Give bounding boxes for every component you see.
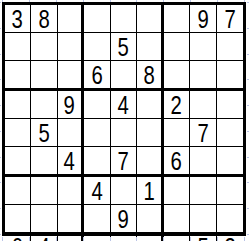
grid-tick xyxy=(247,157,249,158)
cell-r2c6[interactable] xyxy=(137,33,163,61)
grid-tick xyxy=(244,237,245,241)
grid-tick xyxy=(217,237,218,241)
grid-tick xyxy=(0,28,1,29)
cell-r8c6[interactable] xyxy=(137,205,163,233)
grid-tick xyxy=(163,237,164,241)
cell-r7c9[interactable] xyxy=(217,177,243,205)
grid-tick xyxy=(2,0,3,2)
grid-tick xyxy=(110,237,111,241)
cell-r8c7[interactable] xyxy=(164,205,190,233)
given-digit: 2 xyxy=(171,91,182,118)
grid-tick xyxy=(0,157,1,158)
cell-r5c2[interactable]: 5 xyxy=(31,119,57,147)
cell-r4c9[interactable] xyxy=(217,91,243,119)
cell-r6c8[interactable] xyxy=(190,147,216,177)
cell-r1c1[interactable]: 3 xyxy=(5,5,31,33)
grid-tick xyxy=(0,2,1,3)
cell-r4c8[interactable] xyxy=(190,91,216,119)
cell-r5c3[interactable] xyxy=(58,119,84,147)
cell-r7c2[interactable] xyxy=(31,177,57,205)
cell-r3c3[interactable] xyxy=(58,61,84,91)
grid-tick xyxy=(244,0,245,2)
cell-r1c2[interactable]: 8 xyxy=(31,5,57,33)
cell-r7c3[interactable] xyxy=(58,177,84,205)
cell-r8c1[interactable] xyxy=(5,205,31,233)
cell-r9c4[interactable] xyxy=(84,233,110,241)
cell-r8c5[interactable]: 9 xyxy=(111,205,137,233)
cell-r4c3[interactable]: 9 xyxy=(58,91,84,119)
grid-tick xyxy=(247,105,249,106)
cell-r2c8[interactable] xyxy=(190,33,216,61)
given-digit: 6 xyxy=(91,61,102,88)
grid-tick xyxy=(83,0,84,2)
cell-r7c8[interactable] xyxy=(190,177,216,205)
cell-r5c1[interactable] xyxy=(5,119,31,147)
grid-tick xyxy=(56,0,57,2)
cell-r2c5[interactable]: 5 xyxy=(111,33,137,61)
given-digit: 9 xyxy=(118,205,129,232)
given-digit: 5 xyxy=(39,119,50,146)
grid-tick xyxy=(0,234,1,235)
cell-r5c7[interactable] xyxy=(164,119,190,147)
cell-r3c4[interactable]: 6 xyxy=(84,61,110,91)
cell-r9c2[interactable]: 4 xyxy=(31,233,57,241)
cell-r1c7[interactable] xyxy=(164,5,190,33)
cell-r9c9[interactable]: 3 xyxy=(217,233,243,241)
grid-tick xyxy=(0,182,1,183)
cell-r7c4[interactable]: 4 xyxy=(84,177,110,205)
cell-r3c7[interactable] xyxy=(164,61,190,91)
given-digit: 4 xyxy=(39,233,50,241)
cell-r9c3[interactable] xyxy=(58,233,84,241)
cell-r3c5[interactable] xyxy=(111,61,137,91)
given-digit: 9 xyxy=(64,91,75,118)
given-digit: 7 xyxy=(118,147,129,174)
cell-r4c5[interactable]: 4 xyxy=(111,91,137,119)
cell-r9c8[interactable]: 5 xyxy=(190,233,216,241)
grid-tick xyxy=(0,79,1,80)
grid-tick xyxy=(0,54,1,55)
given-digit: 8 xyxy=(143,61,154,88)
cell-r5c6[interactable] xyxy=(137,119,163,147)
cell-r3c9[interactable] xyxy=(217,61,243,91)
cell-r9c6[interactable] xyxy=(137,233,163,241)
cell-r6c6[interactable] xyxy=(137,147,163,177)
grid-tick xyxy=(56,237,57,241)
cell-r6c3[interactable]: 4 xyxy=(58,147,84,177)
given-digit: 3 xyxy=(12,5,23,32)
grid-tick xyxy=(136,237,137,241)
cell-r2c3[interactable] xyxy=(58,33,84,61)
sudoku-board: 3897568942574764196453 xyxy=(2,2,246,236)
cell-r7c6[interactable]: 1 xyxy=(137,177,163,205)
grid-tick xyxy=(247,2,249,3)
cell-r1c8[interactable]: 9 xyxy=(190,5,216,33)
grid-tick xyxy=(0,131,1,132)
given-digit: 9 xyxy=(197,5,208,32)
grid-tick xyxy=(136,0,137,2)
cell-r4c4[interactable] xyxy=(84,91,110,119)
given-digit: 7 xyxy=(197,119,208,146)
page: 3897568942574764196453 xyxy=(0,0,249,241)
cell-r6c4[interactable] xyxy=(84,147,110,177)
given-digit: 4 xyxy=(91,177,102,204)
cell-r2c9[interactable] xyxy=(217,33,243,61)
cell-r2c2[interactable] xyxy=(31,33,57,61)
given-digit: 6 xyxy=(171,147,182,174)
cell-r6c5[interactable]: 7 xyxy=(111,147,137,177)
given-digit: 8 xyxy=(39,5,50,32)
given-digit: 4 xyxy=(118,91,129,118)
cell-r3c2[interactable] xyxy=(31,61,57,91)
cell-r3c8[interactable] xyxy=(190,61,216,91)
grid-tick xyxy=(2,237,3,241)
grid-tick xyxy=(190,237,191,241)
cell-r4c6[interactable] xyxy=(137,91,163,119)
cell-r4c7[interactable]: 2 xyxy=(164,91,190,119)
grid-tick xyxy=(163,0,164,2)
grid-tick xyxy=(83,237,84,241)
grid-tick xyxy=(247,54,249,55)
given-digit: 1 xyxy=(143,177,154,204)
grid-tick xyxy=(247,28,249,29)
cell-r9c7[interactable] xyxy=(164,233,190,241)
given-digit: 7 xyxy=(224,5,235,32)
cell-r4c1[interactable] xyxy=(5,91,31,119)
grid-tick xyxy=(110,0,111,2)
grid-tick xyxy=(0,105,1,106)
grid-tick xyxy=(0,208,1,209)
cell-r6c9[interactable] xyxy=(217,147,243,177)
cell-r6c7[interactable]: 6 xyxy=(164,147,190,177)
grid-tick xyxy=(247,208,249,209)
cell-r3c6[interactable]: 8 xyxy=(137,61,163,91)
cell-r1c4[interactable] xyxy=(84,5,110,33)
cell-r1c5[interactable] xyxy=(111,5,137,33)
grid-tick xyxy=(190,0,191,2)
cell-r5c5[interactable] xyxy=(111,119,137,147)
cell-r6c1[interactable] xyxy=(5,147,31,177)
cell-r5c9[interactable] xyxy=(217,119,243,147)
given-digit: 3 xyxy=(224,233,235,241)
cell-r8c9[interactable] xyxy=(217,205,243,233)
cell-r9c5[interactable] xyxy=(111,233,137,241)
cell-r2c4[interactable] xyxy=(84,33,110,61)
cell-r7c1[interactable] xyxy=(5,177,31,205)
cell-r1c9[interactable]: 7 xyxy=(217,5,243,33)
cell-r8c2[interactable] xyxy=(31,205,57,233)
cell-r1c3[interactable] xyxy=(58,5,84,33)
cell-r5c8[interactable]: 7 xyxy=(190,119,216,147)
cell-r8c3[interactable] xyxy=(58,205,84,233)
grid-tick xyxy=(29,237,30,241)
cell-r5c4[interactable] xyxy=(84,119,110,147)
cell-r7c5[interactable] xyxy=(111,177,137,205)
grid-tick xyxy=(247,182,249,183)
cell-r8c4[interactable] xyxy=(84,205,110,233)
given-digit: 5 xyxy=(197,233,208,241)
cell-r8c8[interactable] xyxy=(190,205,216,233)
cell-r1c6[interactable] xyxy=(137,5,163,33)
cell-r4c2[interactable] xyxy=(31,91,57,119)
cell-r2c7[interactable] xyxy=(164,33,190,61)
given-digit: 6 xyxy=(12,233,23,241)
cell-r9c1[interactable]: 6 xyxy=(5,233,31,241)
grid-tick xyxy=(29,0,30,2)
grid-tick xyxy=(217,0,218,2)
cell-r6c2[interactable] xyxy=(31,147,57,177)
cell-r3c1[interactable] xyxy=(5,61,31,91)
grid-tick xyxy=(247,234,249,235)
grid-tick xyxy=(247,131,249,132)
cell-r2c1[interactable] xyxy=(5,33,31,61)
grid-tick xyxy=(247,79,249,80)
given-digit: 5 xyxy=(118,33,129,60)
cell-r7c7[interactable] xyxy=(164,177,190,205)
given-digit: 4 xyxy=(64,147,75,174)
